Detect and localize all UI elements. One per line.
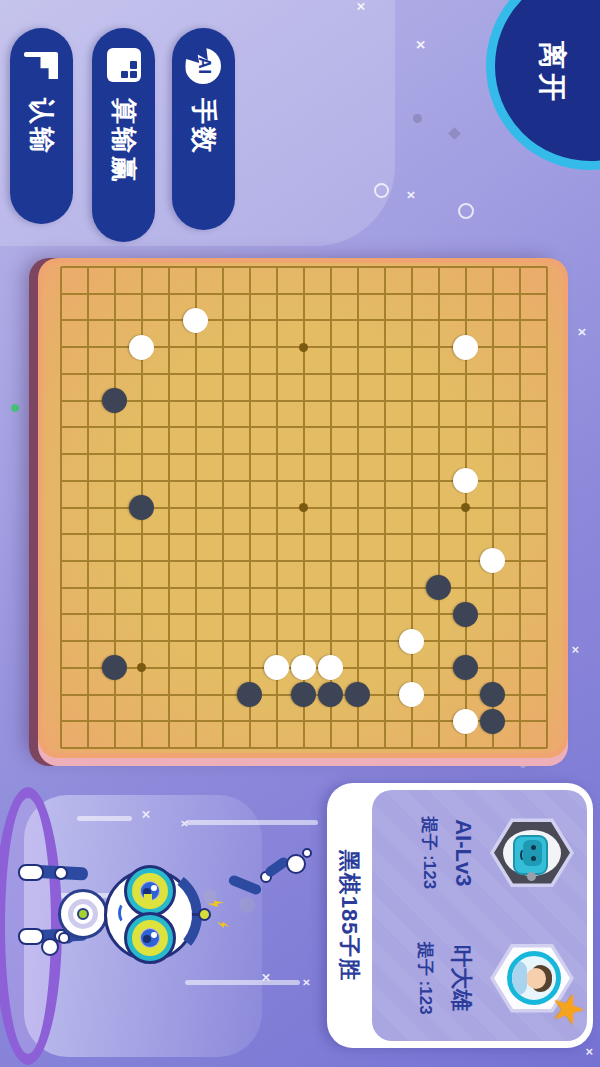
robot-hand-right bbox=[41, 938, 59, 956]
cross-mark-decoration: × bbox=[575, 328, 589, 336]
dot-decoration bbox=[520, 762, 526, 768]
flag-icon bbox=[22, 46, 62, 86]
board-grid-icon bbox=[104, 46, 144, 86]
robot-body bbox=[58, 889, 108, 939]
white-stone bbox=[400, 682, 425, 707]
cross-mark-decoration: × bbox=[404, 191, 418, 199]
go-board[interactable] bbox=[38, 258, 568, 758]
white-stone bbox=[184, 308, 209, 333]
white-stone bbox=[400, 629, 425, 654]
resign-label: 认输 bbox=[24, 98, 59, 156]
white-stone bbox=[319, 655, 344, 680]
ai-captures: 提子 :123 bbox=[418, 816, 441, 889]
result-banner-text: 黑棋185子胜 bbox=[335, 850, 365, 982]
robot-antenna bbox=[198, 908, 211, 921]
black-stone bbox=[103, 388, 128, 413]
black-stone bbox=[319, 682, 344, 707]
leave-button[interactable]: 离开 bbox=[486, 0, 600, 170]
cross-mark-decoration: × bbox=[412, 40, 428, 49]
ai-avatar bbox=[490, 814, 574, 892]
move-count-label: 手数 bbox=[186, 98, 221, 156]
count-result-label: 算输赢 bbox=[106, 98, 141, 185]
black-stone bbox=[292, 682, 317, 707]
robot-goggle-g bbox=[124, 865, 176, 917]
star-badge-icon: ★ bbox=[546, 991, 592, 1027]
game-screen: ×××××××××× 离开 AI 手数 算输赢 认输 bbox=[0, 0, 600, 1067]
black-stone bbox=[130, 495, 155, 520]
diamond-decoration bbox=[448, 127, 461, 140]
white-stone bbox=[481, 548, 506, 573]
cross-mark-decoration: × bbox=[569, 646, 582, 654]
black-stone bbox=[481, 682, 506, 707]
white-stone bbox=[265, 655, 290, 680]
count-result-button[interactable]: 算输赢 bbox=[92, 28, 155, 242]
black-stone bbox=[238, 682, 263, 707]
robot-goggle-o bbox=[124, 912, 176, 964]
leave-button-label: 离开 bbox=[533, 23, 571, 123]
black-stone bbox=[346, 682, 371, 707]
result-banner: 黑棋185子胜 bbox=[327, 783, 372, 1048]
white-stone bbox=[454, 335, 479, 360]
black-stone bbox=[427, 575, 452, 600]
white-stone bbox=[454, 709, 479, 734]
human-player-block: ★ 叶大雄 提子 :123 bbox=[372, 916, 587, 1042]
dot-decoration bbox=[413, 114, 422, 123]
cross-mark-decoration: × bbox=[583, 1048, 596, 1056]
white-stone bbox=[454, 468, 479, 493]
human-captures: 提子 :123 bbox=[414, 942, 437, 1015]
resign-button[interactable]: 认输 bbox=[10, 28, 73, 224]
human-player-name: 叶大雄 bbox=[446, 945, 476, 1011]
black-stone bbox=[481, 709, 506, 734]
black-stone bbox=[454, 602, 479, 627]
white-stone bbox=[130, 335, 155, 360]
ai-player-name: AI-Lv3 bbox=[450, 819, 476, 886]
ai-circle-icon: AI bbox=[184, 46, 224, 86]
human-avatar: ★ bbox=[490, 939, 574, 1017]
black-stone bbox=[454, 655, 479, 680]
cross-mark-decoration: × bbox=[300, 979, 312, 986]
ring-decoration bbox=[458, 203, 474, 219]
player-info-card: AI-Lv3 提子 :123 ★ 叶大雄 提子 :123 黑棋185子胜 bbox=[327, 783, 593, 1048]
ai-player-block: AI-Lv3 提子 :123 bbox=[372, 790, 587, 916]
white-stone bbox=[292, 655, 317, 680]
move-count-button[interactable]: AI 手数 bbox=[172, 28, 235, 230]
dot-decoration bbox=[11, 404, 19, 412]
board-grid bbox=[61, 267, 547, 748]
player-panel: AI-Lv3 提子 :123 ★ 叶大雄 提子 :123 bbox=[372, 790, 587, 1041]
robot-mouth bbox=[118, 902, 132, 924]
black-stone bbox=[103, 655, 128, 680]
